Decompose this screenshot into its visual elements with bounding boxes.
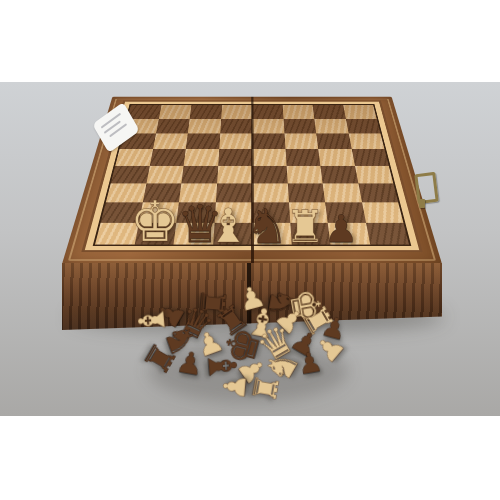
square-d5 xyxy=(218,149,252,166)
square-f8 xyxy=(282,105,314,119)
square-e6 xyxy=(252,133,285,149)
white-rook-standing: ♜ xyxy=(285,204,325,249)
square-e5 xyxy=(252,149,286,166)
square-f6 xyxy=(284,133,318,149)
square-h8 xyxy=(343,105,377,119)
square-a4 xyxy=(111,166,150,184)
square-g6 xyxy=(316,133,351,149)
black-pawn-standing: ♟ xyxy=(324,210,358,248)
square-g5 xyxy=(318,149,354,166)
square-b7 xyxy=(156,119,190,134)
square-e8 xyxy=(252,105,283,119)
square-g3 xyxy=(323,183,362,202)
square-h7 xyxy=(346,119,381,134)
brass-clasp-pin xyxy=(419,199,425,208)
square-h6 xyxy=(348,133,384,149)
square-g7 xyxy=(314,119,348,134)
square-f5 xyxy=(285,149,320,166)
product-photo-chess-set: ♚♛♝♞♜♟ ♜♟♞♚♟♝♛♜♝♟♜♟♞♟♚♛♟♟♜♟♝♟♞♟♟♜ xyxy=(0,0,500,500)
square-c7 xyxy=(188,119,221,134)
square-a8 xyxy=(127,105,161,119)
square-b6 xyxy=(153,133,188,149)
square-h2 xyxy=(362,202,404,222)
square-b4 xyxy=(146,166,184,184)
square-d8 xyxy=(221,105,252,119)
square-e7 xyxy=(252,119,284,134)
square-c8 xyxy=(190,105,222,119)
white-king-standing: ♚ xyxy=(130,194,180,250)
square-b5 xyxy=(149,149,185,166)
pile-light-rook: ♜ xyxy=(247,371,283,405)
square-d6 xyxy=(219,133,252,149)
square-d4 xyxy=(217,166,252,184)
square-h4 xyxy=(355,166,394,184)
square-g4 xyxy=(320,166,358,184)
black-knight-standing: ♞ xyxy=(245,202,288,250)
white-bishop-standing: ♝ xyxy=(207,202,249,249)
square-c5 xyxy=(184,149,219,166)
pile-dark-pawn: ♟ xyxy=(295,348,325,380)
brass-clasp-icon xyxy=(414,172,438,204)
square-f4 xyxy=(286,166,322,184)
square-g8 xyxy=(313,105,346,119)
square-a5 xyxy=(115,149,152,166)
square-h3 xyxy=(358,183,398,202)
square-c4 xyxy=(181,166,217,184)
square-h5 xyxy=(351,149,388,166)
square-h1 xyxy=(366,223,409,245)
square-b8 xyxy=(158,105,191,119)
square-d7 xyxy=(220,119,252,134)
square-f7 xyxy=(283,119,316,134)
square-c6 xyxy=(186,133,220,149)
square-e4 xyxy=(252,166,287,184)
